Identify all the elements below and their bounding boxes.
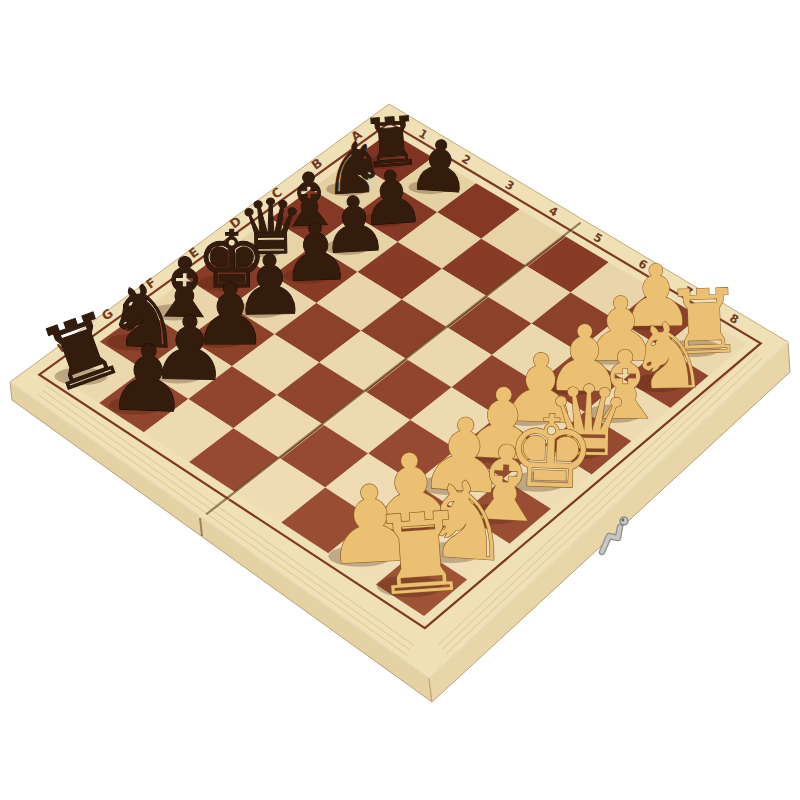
piece-black-pawn-h2: ♟	[105, 325, 190, 433]
piece-white-rook-h8: ♜	[367, 488, 473, 622]
chess-set-photo: 12345678ABCDEFGH♜♟♞♟♝♟♛♟♚♟♝♟♟♞♜♟♟♜♞♟♟♝♟♛…	[0, 0, 800, 800]
scene-svg: 12345678ABCDEFGH♜♟♞♟♝♟♛♟♚♟♝♟♟♞♜♟♟♜♞♟♟♝♟♛…	[0, 0, 800, 800]
clasp-knob	[620, 517, 628, 525]
clasp-knob-screw	[622, 519, 625, 522]
